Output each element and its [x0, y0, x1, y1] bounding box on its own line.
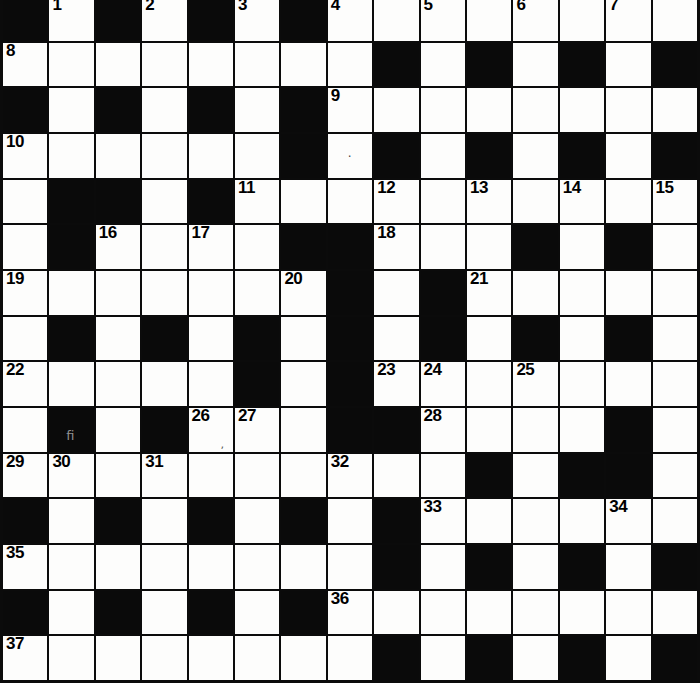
- white-cell-r1c4[interactable]: [189, 43, 233, 87]
- clue-number: 26: [192, 406, 210, 426]
- black-cell-r0c4: [189, 0, 233, 41]
- white-cell-r12c13[interactable]: [606, 545, 650, 589]
- white-cell-r5c8[interactable]: 18: [374, 225, 418, 269]
- white-cell-r4c10[interactable]: 13: [467, 180, 511, 224]
- white-cell-r10c7[interactable]: 32: [328, 454, 372, 498]
- white-cell-r2c7[interactable]: 9: [328, 88, 372, 132]
- white-cell-r6c1[interactable]: [49, 271, 93, 315]
- black-cell-r9c3: [142, 408, 186, 452]
- white-cell-r8c6[interactable]: [281, 362, 325, 406]
- white-cell-r8c4[interactable]: [189, 362, 233, 406]
- clue-number: 28: [424, 406, 442, 426]
- white-cell-r5c2[interactable]: 16: [96, 225, 140, 269]
- white-cell-r10c2[interactable]: [96, 454, 140, 498]
- white-cell-r6c4[interactable]: [189, 271, 233, 315]
- white-cell-r10c5[interactable]: [235, 454, 279, 498]
- black-cell-r7c3: [142, 317, 186, 361]
- white-cell-r14c0[interactable]: 37: [3, 636, 47, 680]
- white-cell-r6c8[interactable]: [374, 271, 418, 315]
- white-cell-r8c3[interactable]: [142, 362, 186, 406]
- white-cell-r3c1[interactable]: [49, 134, 93, 178]
- white-cell-r2c1[interactable]: [49, 88, 93, 132]
- white-cell-r9c14[interactable]: [653, 408, 697, 452]
- black-cell-r5c13: [606, 225, 650, 269]
- white-cell-r6c14[interactable]: [653, 271, 697, 315]
- black-cell-r5c11: [513, 225, 557, 269]
- white-cell-r5c0[interactable]: [3, 225, 47, 269]
- clue-number: 36: [331, 589, 349, 609]
- white-cell-r9c10[interactable]: [467, 408, 511, 452]
- black-cell-r6c9: [421, 271, 465, 315]
- clue-number: 23: [377, 360, 395, 380]
- white-cell-r5c9[interactable]: [421, 225, 465, 269]
- white-cell-r8c11[interactable]: 25: [513, 362, 557, 406]
- white-cell-r5c10[interactable]: [467, 225, 511, 269]
- clue-number: 7: [609, 0, 618, 15]
- black-cell-r2c4: [189, 88, 233, 132]
- white-cell-r5c14[interactable]: [653, 225, 697, 269]
- white-cell-r2c13[interactable]: [606, 88, 650, 132]
- clue-number: 32: [331, 452, 349, 472]
- white-cell-r9c9[interactable]: 28: [421, 408, 465, 452]
- white-cell-r2c9[interactable]: [421, 88, 465, 132]
- black-cell-r2c0: [3, 88, 47, 132]
- clue-number: 1: [52, 0, 61, 15]
- white-cell-r12c7[interactable]: [328, 545, 372, 589]
- clue-number: 21: [470, 269, 488, 289]
- black-cell-r11c8: [374, 499, 418, 543]
- white-cell-r2c10[interactable]: [467, 88, 511, 132]
- white-cell-r12c0[interactable]: 35: [3, 545, 47, 589]
- black-cell-r14c8: [374, 636, 418, 680]
- white-cell-r10c8[interactable]: [374, 454, 418, 498]
- white-cell-r11c9[interactable]: 33: [421, 499, 465, 543]
- white-cell-r6c11[interactable]: [513, 271, 557, 315]
- white-cell-r6c12[interactable]: [560, 271, 604, 315]
- white-cell-r10c4[interactable]: [189, 454, 233, 498]
- black-cell-r8c5: [235, 362, 279, 406]
- white-cell-r8c0[interactable]: 22: [3, 362, 47, 406]
- black-cell-r3c12: [560, 134, 604, 178]
- white-cell-r14c11[interactable]: [513, 636, 557, 680]
- white-cell-r1c0[interactable]: 8: [3, 43, 47, 87]
- white-cell-r13c1[interactable]: [49, 591, 93, 635]
- white-cell-r12c5[interactable]: [235, 545, 279, 589]
- white-cell-r4c8[interactable]: 12: [374, 180, 418, 224]
- white-cell-r1c11[interactable]: [513, 43, 557, 87]
- white-cell-r13c14[interactable]: [653, 591, 697, 635]
- white-cell-r10c9[interactable]: [421, 454, 465, 498]
- white-cell-r5c12[interactable]: [560, 225, 604, 269]
- white-cell-r7c8[interactable]: [374, 317, 418, 361]
- print-smudge: ·: [348, 151, 352, 163]
- white-cell-r3c3[interactable]: [142, 134, 186, 178]
- black-cell-r11c0: [3, 499, 47, 543]
- white-cell-r7c0[interactable]: [3, 317, 47, 361]
- black-cell-r10c13: [606, 454, 650, 498]
- white-cell-r9c0[interactable]: [3, 408, 47, 452]
- white-cell-r10c11[interactable]: [513, 454, 557, 498]
- white-cell-r12c6[interactable]: [281, 545, 325, 589]
- clue-number: 15: [656, 178, 674, 198]
- black-cell-r0c6: [281, 0, 325, 41]
- white-cell-r0c12[interactable]: [560, 0, 604, 41]
- black-cell-r13c6: [281, 591, 325, 635]
- clue-number: 24: [424, 360, 442, 380]
- clue-number: 6: [516, 0, 525, 15]
- clue-number: 27: [238, 406, 256, 426]
- white-cell-r5c5[interactable]: [235, 225, 279, 269]
- clue-number: 30: [52, 452, 70, 472]
- crossword-puzzle-scan: 12345678910·1112131415161718192021222324…: [0, 0, 700, 683]
- black-cell-r2c2: [96, 88, 140, 132]
- white-cell-r0c13[interactable]: 7: [606, 0, 650, 41]
- white-cell-r10c0[interactable]: 29: [3, 454, 47, 498]
- black-cell-r1c10: [467, 43, 511, 87]
- white-cell-r11c14[interactable]: [653, 499, 697, 543]
- white-cell-r6c6[interactable]: 20: [281, 271, 325, 315]
- white-cell-r4c7[interactable]: [328, 180, 372, 224]
- white-cell-r8c12[interactable]: [560, 362, 604, 406]
- clue-number: 4: [331, 0, 340, 15]
- white-cell-r3c0[interactable]: 10: [3, 134, 47, 178]
- white-cell-r14c3[interactable]: [142, 636, 186, 680]
- white-cell-r11c5[interactable]: [235, 499, 279, 543]
- black-cell-r1c12: [560, 43, 604, 87]
- black-cell-r9c8: [374, 408, 418, 452]
- clue-number: 3: [238, 0, 247, 15]
- white-cell-r1c2[interactable]: [96, 43, 140, 87]
- black-cell-r14c10: [467, 636, 511, 680]
- black-cell-r12c8: [374, 545, 418, 589]
- white-cell-r11c3[interactable]: [142, 499, 186, 543]
- white-cell-r13c11[interactable]: [513, 591, 557, 635]
- clue-number: 11: [238, 178, 255, 198]
- clue-number: 9: [331, 86, 340, 106]
- white-cell-r0c14[interactable]: [653, 0, 697, 41]
- white-cell-r13c8[interactable]: [374, 591, 418, 635]
- white-cell-r8c14[interactable]: [653, 362, 697, 406]
- clue-number: 17: [192, 223, 210, 243]
- white-cell-r13c10[interactable]: [467, 591, 511, 635]
- white-cell-r13c3[interactable]: [142, 591, 186, 635]
- black-cell-r9c13: [606, 408, 650, 452]
- black-cell-r14c12: [560, 636, 604, 680]
- black-cell-r3c10: [467, 134, 511, 178]
- black-cell-r11c6: [281, 499, 325, 543]
- clue-number: 2: [145, 0, 154, 15]
- black-cell-r7c11: [513, 317, 557, 361]
- white-cell-r1c7[interactable]: [328, 43, 372, 87]
- white-cell-r2c8[interactable]: [374, 88, 418, 132]
- black-cell-r4c2: [96, 180, 140, 224]
- white-cell-r10c14[interactable]: [653, 454, 697, 498]
- white-cell-r11c1[interactable]: [49, 499, 93, 543]
- black-cell-r7c7: [328, 317, 372, 361]
- white-cell-r14c9[interactable]: [421, 636, 465, 680]
- white-cell-r6c5[interactable]: [235, 271, 279, 315]
- black-cell-r2c6: [281, 88, 325, 132]
- white-cell-r12c4[interactable]: [189, 545, 233, 589]
- print-smudge: ﬁ: [66, 429, 74, 442]
- black-cell-r3c14: [653, 134, 697, 178]
- white-cell-r8c9[interactable]: 24: [421, 362, 465, 406]
- white-cell-r14c1[interactable]: [49, 636, 93, 680]
- black-cell-r1c8: [374, 43, 418, 87]
- white-cell-r4c6[interactable]: [281, 180, 325, 224]
- white-cell-r5c3[interactable]: [142, 225, 186, 269]
- white-cell-r14c2[interactable]: [96, 636, 140, 680]
- white-cell-r9c11[interactable]: [513, 408, 557, 452]
- white-cell-r14c5[interactable]: [235, 636, 279, 680]
- clue-number: 33: [424, 497, 442, 517]
- clue-number: 8: [6, 41, 15, 61]
- white-cell-r13c7[interactable]: 36: [328, 591, 372, 635]
- white-cell-r0c5[interactable]: 3: [235, 0, 279, 41]
- white-cell-r9c4[interactable]: 26‚: [189, 408, 233, 452]
- white-cell-r3c5[interactable]: [235, 134, 279, 178]
- white-cell-r7c10[interactable]: [467, 317, 511, 361]
- clue-number: 25: [516, 360, 534, 380]
- white-cell-r14c6[interactable]: [281, 636, 325, 680]
- black-cell-r12c10: [467, 545, 511, 589]
- white-cell-r0c11[interactable]: 6: [513, 0, 557, 41]
- white-cell-r4c3[interactable]: [142, 180, 186, 224]
- white-cell-r7c4[interactable]: [189, 317, 233, 361]
- white-cell-r8c10[interactable]: [467, 362, 511, 406]
- black-cell-r7c1: [49, 317, 93, 361]
- black-cell-r7c13: [606, 317, 650, 361]
- clue-number: 31: [145, 452, 163, 472]
- white-cell-r12c1[interactable]: [49, 545, 93, 589]
- black-cell-r0c0: [3, 0, 47, 41]
- white-cell-r8c2[interactable]: [96, 362, 140, 406]
- white-cell-r12c2[interactable]: [96, 545, 140, 589]
- black-cell-r11c2: [96, 499, 140, 543]
- black-cell-r0c2: [96, 0, 140, 41]
- black-cell-r5c1: [49, 225, 93, 269]
- black-cell-r12c14: [653, 545, 697, 589]
- white-cell-r7c2[interactable]: [96, 317, 140, 361]
- white-cell-r8c8[interactable]: 23: [374, 362, 418, 406]
- clue-number: 29: [6, 452, 24, 472]
- white-cell-r3c11[interactable]: [513, 134, 557, 178]
- black-cell-r13c0: [3, 591, 47, 635]
- white-cell-r4c11[interactable]: [513, 180, 557, 224]
- white-cell-r9c12[interactable]: [560, 408, 604, 452]
- white-cell-r12c3[interactable]: [142, 545, 186, 589]
- white-cell-r2c14[interactable]: [653, 88, 697, 132]
- white-cell-r9c2[interactable]: [96, 408, 140, 452]
- print-smudge: ‚: [221, 439, 225, 450]
- white-cell-r8c13[interactable]: [606, 362, 650, 406]
- clue-number: 10: [6, 132, 24, 152]
- white-cell-r6c2[interactable]: [96, 271, 140, 315]
- white-cell-r0c8[interactable]: [374, 0, 418, 41]
- clue-number: 19: [6, 269, 24, 289]
- black-cell-r12c12: [560, 545, 604, 589]
- black-cell-r4c1: [49, 180, 93, 224]
- white-cell-r14c13[interactable]: [606, 636, 650, 680]
- black-cell-r9c7: [328, 408, 372, 452]
- black-cell-r1c14: [653, 43, 697, 87]
- white-cell-r12c9[interactable]: [421, 545, 465, 589]
- white-cell-r3c7[interactable]: ·: [328, 134, 372, 178]
- black-cell-r7c9: [421, 317, 465, 361]
- white-cell-r1c3[interactable]: [142, 43, 186, 87]
- clue-number: 14: [563, 178, 581, 198]
- white-cell-r1c9[interactable]: [421, 43, 465, 87]
- white-cell-r9c5[interactable]: 27: [235, 408, 279, 452]
- white-cell-r10c1[interactable]: 30: [49, 454, 93, 498]
- clue-number: 12: [377, 178, 395, 198]
- white-cell-r11c13[interactable]: 34: [606, 499, 650, 543]
- white-cell-r10c6[interactable]: [281, 454, 325, 498]
- white-cell-r3c2[interactable]: [96, 134, 140, 178]
- white-cell-r3c9[interactable]: [421, 134, 465, 178]
- white-cell-r9c6[interactable]: [281, 408, 325, 452]
- white-cell-r3c4[interactable]: [189, 134, 233, 178]
- white-cell-r4c9[interactable]: [421, 180, 465, 224]
- black-cell-r5c7: [328, 225, 372, 269]
- white-cell-r1c13[interactable]: [606, 43, 650, 87]
- white-cell-r4c12[interactable]: 14: [560, 180, 604, 224]
- white-cell-r14c4[interactable]: [189, 636, 233, 680]
- crossword-grid: 12345678910·1112131415161718192021222324…: [0, 0, 700, 683]
- white-cell-r4c5[interactable]: 11: [235, 180, 279, 224]
- white-cell-r10c3[interactable]: 31: [142, 454, 186, 498]
- white-cell-r7c14[interactable]: [653, 317, 697, 361]
- black-cell-r10c10: [467, 454, 511, 498]
- clue-number: 18: [377, 223, 395, 243]
- white-cell-r1c1[interactable]: [49, 43, 93, 87]
- black-cell-r3c8: [374, 134, 418, 178]
- white-cell-r3c13[interactable]: [606, 134, 650, 178]
- black-cell-r6c7: [328, 271, 372, 315]
- white-cell-r8c1[interactable]: [49, 362, 93, 406]
- white-cell-r11c11[interactable]: [513, 499, 557, 543]
- black-cell-r10c12: [560, 454, 604, 498]
- black-cell-r5c6: [281, 225, 325, 269]
- white-cell-r2c5[interactable]: [235, 88, 279, 132]
- white-cell-r12c11[interactable]: [513, 545, 557, 589]
- white-cell-r4c13[interactable]: [606, 180, 650, 224]
- white-cell-r13c12[interactable]: [560, 591, 604, 635]
- black-cell-r4c4: [189, 180, 233, 224]
- white-cell-r2c11[interactable]: [513, 88, 557, 132]
- white-cell-r5c4[interactable]: 17: [189, 225, 233, 269]
- clue-number: 34: [609, 497, 627, 517]
- clue-number: 13: [470, 178, 488, 198]
- white-cell-r6c0[interactable]: 19: [3, 271, 47, 315]
- white-cell-r4c14[interactable]: 15: [653, 180, 697, 224]
- white-cell-r13c13[interactable]: [606, 591, 650, 635]
- white-cell-r7c12[interactable]: [560, 317, 604, 361]
- clue-number: 35: [6, 543, 24, 563]
- white-cell-r6c13[interactable]: [606, 271, 650, 315]
- white-cell-r2c3[interactable]: [142, 88, 186, 132]
- white-cell-r0c9[interactable]: 5: [421, 0, 465, 41]
- white-cell-r0c1[interactable]: 1: [49, 0, 93, 41]
- white-cell-r6c10[interactable]: 21: [467, 271, 511, 315]
- clue-number: 37: [6, 634, 24, 654]
- clue-number: 5: [424, 0, 433, 15]
- white-cell-r2c12[interactable]: [560, 88, 604, 132]
- white-cell-r0c3[interactable]: 2: [142, 0, 186, 41]
- black-cell-r11c4: [189, 499, 233, 543]
- black-cell-r13c2: [96, 591, 140, 635]
- white-cell-r7c6[interactable]: [281, 317, 325, 361]
- white-cell-r11c12[interactable]: [560, 499, 604, 543]
- black-cell-r3c6: [281, 134, 325, 178]
- clue-number: 20: [284, 269, 302, 289]
- black-cell-r14c14: [653, 636, 697, 680]
- black-cell-r7c5: [235, 317, 279, 361]
- black-cell-r8c7: [328, 362, 372, 406]
- white-cell-r4c0[interactable]: [3, 180, 47, 224]
- black-cell-r13c4: [189, 591, 233, 635]
- white-cell-r6c3[interactable]: [142, 271, 186, 315]
- clue-number: 16: [99, 223, 117, 243]
- white-cell-r13c5[interactable]: [235, 591, 279, 635]
- white-cell-r1c5[interactable]: [235, 43, 279, 87]
- white-cell-r0c10[interactable]: [467, 0, 511, 41]
- white-cell-r14c7[interactable]: [328, 636, 372, 680]
- white-cell-r13c9[interactable]: [421, 591, 465, 635]
- clue-number: 22: [6, 360, 24, 380]
- white-cell-r1c6[interactable]: [281, 43, 325, 87]
- white-cell-r0c7[interactable]: 4: [328, 0, 372, 41]
- white-cell-r11c10[interactable]: [467, 499, 511, 543]
- black-cell-r9c1: ﬁ: [49, 408, 93, 452]
- white-cell-r11c7[interactable]: [328, 499, 372, 543]
